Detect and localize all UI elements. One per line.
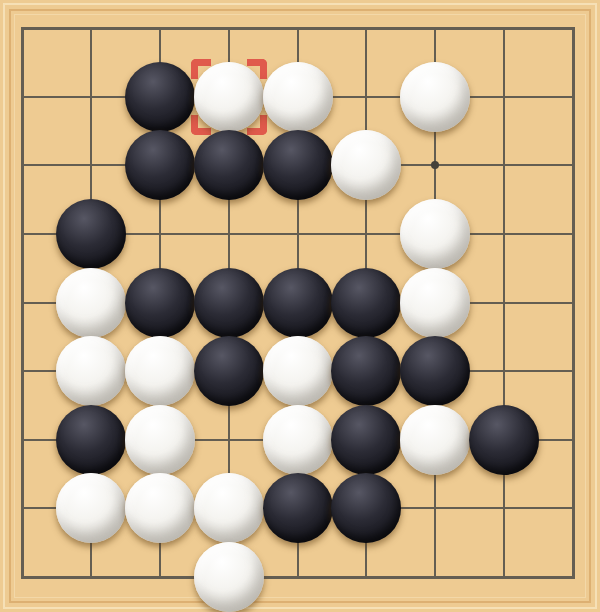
point-gh[interactable] [401, 474, 469, 542]
point-ii[interactable] [539, 543, 600, 611]
point-ci[interactable] [126, 543, 194, 611]
point-bb[interactable] [57, 63, 125, 131]
point-ai[interactable] [0, 543, 56, 611]
point-df[interactable] [195, 337, 263, 405]
point-eb[interactable] [264, 63, 332, 131]
point-ch[interactable] [126, 474, 194, 542]
go-grid [0, 0, 600, 612]
point-ic[interactable] [539, 131, 600, 199]
point-ad[interactable] [0, 200, 56, 268]
point-dc[interactable] [195, 131, 263, 199]
point-gd[interactable] [401, 200, 469, 268]
point-dg[interactable] [195, 406, 263, 474]
point-be[interactable] [57, 269, 125, 337]
point-hb[interactable] [470, 63, 538, 131]
point-gc[interactable] [401, 131, 469, 199]
point-gg[interactable] [401, 406, 469, 474]
point-ga[interactable] [401, 0, 469, 62]
point-ee[interactable] [264, 269, 332, 337]
point-fa[interactable] [332, 0, 400, 62]
point-eg[interactable] [264, 406, 332, 474]
point-bg[interactable] [57, 406, 125, 474]
go-board [0, 0, 600, 612]
point-eh[interactable] [264, 474, 332, 542]
point-ed[interactable] [264, 200, 332, 268]
point-fe[interactable] [332, 269, 400, 337]
point-ah[interactable] [0, 474, 56, 542]
point-cg[interactable] [126, 406, 194, 474]
point-ie[interactable] [539, 269, 600, 337]
point-hi[interactable] [470, 543, 538, 611]
point-id[interactable] [539, 200, 600, 268]
point-ce[interactable] [126, 269, 194, 337]
point-fh[interactable] [332, 474, 400, 542]
point-he[interactable] [470, 269, 538, 337]
point-ag[interactable] [0, 406, 56, 474]
point-hg[interactable] [470, 406, 538, 474]
point-db[interactable] [195, 63, 263, 131]
point-ac[interactable] [0, 131, 56, 199]
point-di[interactable] [195, 543, 263, 611]
point-ef[interactable] [264, 337, 332, 405]
point-ih[interactable] [539, 474, 600, 542]
point-da[interactable] [195, 0, 263, 62]
point-ei[interactable] [264, 543, 332, 611]
point-af[interactable] [0, 337, 56, 405]
point-cb[interactable] [126, 63, 194, 131]
point-cc[interactable] [126, 131, 194, 199]
point-ca[interactable] [126, 0, 194, 62]
point-ae[interactable] [0, 269, 56, 337]
point-hc[interactable] [470, 131, 538, 199]
point-bi[interactable] [57, 543, 125, 611]
point-bh[interactable] [57, 474, 125, 542]
point-gb[interactable] [401, 63, 469, 131]
point-fd[interactable] [332, 200, 400, 268]
point-fi[interactable] [332, 543, 400, 611]
point-ig[interactable] [539, 406, 600, 474]
point-aa[interactable] [0, 0, 56, 62]
point-gf[interactable] [401, 337, 469, 405]
point-ba[interactable] [57, 0, 125, 62]
point-fb[interactable] [332, 63, 400, 131]
point-ab[interactable] [0, 63, 56, 131]
point-gi[interactable] [401, 543, 469, 611]
point-cf[interactable] [126, 337, 194, 405]
point-bc[interactable] [57, 131, 125, 199]
point-de[interactable] [195, 269, 263, 337]
point-ge[interactable] [401, 269, 469, 337]
point-bf[interactable] [57, 337, 125, 405]
point-ec[interactable] [264, 131, 332, 199]
point-hh[interactable] [470, 474, 538, 542]
point-ha[interactable] [470, 0, 538, 62]
point-ff[interactable] [332, 337, 400, 405]
point-cd[interactable] [126, 200, 194, 268]
point-hd[interactable] [470, 200, 538, 268]
point-if[interactable] [539, 337, 600, 405]
point-dh[interactable] [195, 474, 263, 542]
point-fc[interactable] [332, 131, 400, 199]
point-hf[interactable] [470, 337, 538, 405]
point-ia[interactable] [539, 0, 600, 62]
point-dd[interactable] [195, 200, 263, 268]
point-ea[interactable] [264, 0, 332, 62]
point-fg[interactable] [332, 406, 400, 474]
point-bd[interactable] [57, 200, 125, 268]
point-ib[interactable] [539, 63, 600, 131]
